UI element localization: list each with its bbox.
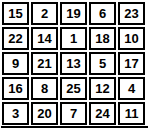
grid-cell-r2c5[interactable]: 10 (118, 27, 145, 50)
grid-cell-r4c3[interactable]: 25 (60, 77, 87, 100)
grid-cell-r3c1[interactable]: 9 (2, 52, 29, 75)
grid-cell-r2c2[interactable]: 14 (31, 27, 58, 50)
grid-cell-r5c1[interactable]: 3 (2, 102, 29, 125)
grid-cell-r5c3[interactable]: 7 (60, 102, 87, 125)
grid-cell-r5c5[interactable]: 11 (118, 102, 145, 125)
schulte-board: 1521962322141181092113517168251243207241… (0, 0, 150, 128)
grid-cell-r3c3[interactable]: 13 (60, 52, 87, 75)
grid-cell-r3c5[interactable]: 17 (118, 52, 145, 75)
grid-cell-r1c1[interactable]: 15 (2, 2, 29, 25)
grid-cell-r4c5[interactable]: 4 (118, 77, 145, 100)
grid-cell-r2c1[interactable]: 22 (2, 27, 29, 50)
grid-cell-r4c4[interactable]: 12 (89, 77, 116, 100)
grid-cell-r1c3[interactable]: 19 (60, 2, 87, 25)
grid-cell-r5c4[interactable]: 24 (89, 102, 116, 125)
grid-cell-r3c4[interactable]: 5 (89, 52, 116, 75)
grid-cell-r1c4[interactable]: 6 (89, 2, 116, 25)
table-bottom-border (1, 126, 148, 128)
grid-cell-r3c2[interactable]: 21 (31, 52, 58, 75)
grid-cell-r1c2[interactable]: 2 (31, 2, 58, 25)
number-grid: 1521962322141181092113517168251243207241… (2, 2, 145, 125)
grid-cell-r5c2[interactable]: 20 (31, 102, 58, 125)
grid-cell-r1c5[interactable]: 23 (118, 2, 145, 25)
grid-cell-r2c4[interactable]: 18 (89, 27, 116, 50)
grid-cell-r4c2[interactable]: 8 (31, 77, 58, 100)
grid-cell-r2c3[interactable]: 1 (60, 27, 87, 50)
grid-cell-r4c1[interactable]: 16 (2, 77, 29, 100)
